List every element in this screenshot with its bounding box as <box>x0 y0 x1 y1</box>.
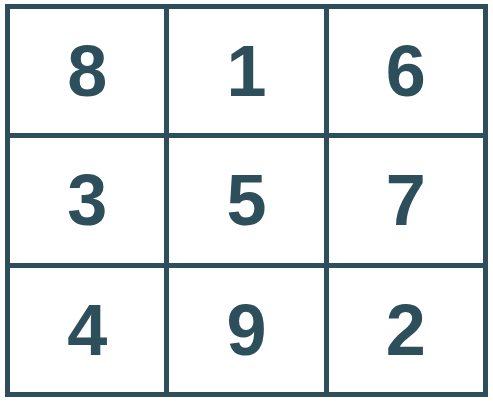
cell-r1c0: 3 <box>10 138 164 262</box>
cell-digit: 4 <box>67 294 107 366</box>
cell-r2c2: 2 <box>329 268 483 392</box>
cell-r2c0: 4 <box>10 268 164 392</box>
cell-digit: 1 <box>226 35 266 107</box>
cell-digit: 6 <box>386 35 426 107</box>
magic-square-board: 8 1 6 3 5 7 4 9 2 <box>5 4 488 397</box>
magic-square-page: 8 1 6 3 5 7 4 9 2 <box>0 0 493 401</box>
cell-r0c1: 1 <box>169 9 323 133</box>
cell-digit: 7 <box>386 164 426 236</box>
cell-r0c0: 8 <box>10 9 164 133</box>
cell-r1c2: 7 <box>329 138 483 262</box>
cell-digit: 9 <box>226 294 266 366</box>
cell-digit: 5 <box>226 164 266 236</box>
cell-digit: 2 <box>386 294 426 366</box>
cell-digit: 8 <box>67 35 107 107</box>
cell-digit: 3 <box>67 164 107 236</box>
cell-r2c1: 9 <box>169 268 323 392</box>
cell-r0c2: 6 <box>329 9 483 133</box>
cell-r1c1: 5 <box>169 138 323 262</box>
